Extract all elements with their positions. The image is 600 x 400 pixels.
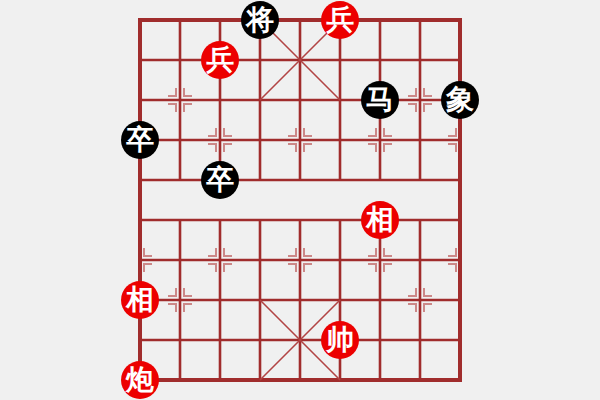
piece-black-soldier[interactable]: 卒 <box>121 121 159 159</box>
piece-glyph: 将 <box>246 1 274 39</box>
xiangqi-board: 将兵兵马象卒卒相相帅炮 <box>120 0 480 400</box>
pieces-layer: 将兵兵马象卒卒相相帅炮 <box>120 0 480 400</box>
piece-red-soldier[interactable]: 兵 <box>201 41 239 79</box>
piece-glyph: 相 <box>366 201 394 239</box>
piece-black-elephant[interactable]: 象 <box>441 81 479 119</box>
piece-glyph: 兵 <box>326 1 354 39</box>
piece-red-elephant[interactable]: 相 <box>121 281 159 319</box>
piece-glyph: 相 <box>126 281 154 319</box>
piece-black-soldier[interactable]: 卒 <box>201 161 239 199</box>
piece-red-cannon[interactable]: 炮 <box>121 361 159 399</box>
piece-glyph: 马 <box>366 81 394 119</box>
piece-glyph: 炮 <box>126 361 154 399</box>
piece-glyph: 卒 <box>206 161 234 199</box>
piece-red-general[interactable]: 帅 <box>321 321 359 359</box>
piece-red-soldier[interactable]: 兵 <box>321 1 359 39</box>
piece-black-horse[interactable]: 马 <box>361 81 399 119</box>
piece-red-elephant[interactable]: 相 <box>361 201 399 239</box>
xiangqi-app: 将兵兵马象卒卒相相帅炮 <box>0 0 600 400</box>
piece-glyph: 兵 <box>206 41 234 79</box>
piece-black-general[interactable]: 将 <box>241 1 279 39</box>
piece-glyph: 卒 <box>126 121 154 159</box>
piece-glyph: 帅 <box>326 321 354 359</box>
piece-glyph: 象 <box>446 81 474 119</box>
